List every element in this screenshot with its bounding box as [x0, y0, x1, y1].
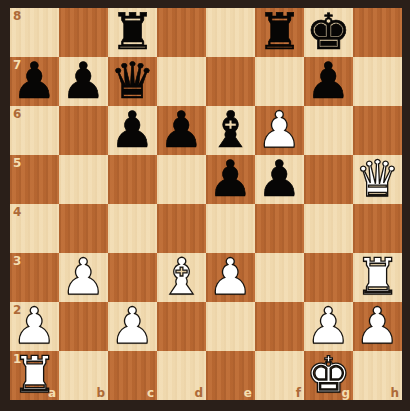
square-c4[interactable] — [108, 204, 157, 253]
chess-board: 8♜♜♚7♟♟♛♟6♟♟♝♟5♟♟♛43♟♝♟♜2♟♟♟♟1a♜bcdefg♚h — [10, 8, 402, 400]
file-label-e: e — [244, 387, 252, 399]
piece-white-rook[interactable]: ♜ — [10, 351, 59, 400]
square-d2[interactable] — [157, 302, 206, 351]
file-label-b: b — [96, 387, 105, 399]
square-e6[interactable]: ♝ — [206, 106, 255, 155]
square-g2[interactable]: ♟ — [304, 302, 353, 351]
piece-black-bishop[interactable]: ♝ — [206, 106, 255, 155]
piece-white-pawn[interactable]: ♟ — [255, 106, 304, 155]
square-c6[interactable]: ♟ — [108, 106, 157, 155]
piece-black-queen[interactable]: ♛ — [108, 57, 157, 106]
square-e7[interactable] — [206, 57, 255, 106]
piece-white-pawn[interactable]: ♟ — [59, 253, 108, 302]
square-d1[interactable]: d — [157, 351, 206, 400]
piece-white-pawn[interactable]: ♟ — [10, 302, 59, 351]
piece-white-rook[interactable]: ♜ — [353, 253, 402, 302]
square-g3[interactable] — [304, 253, 353, 302]
square-g1[interactable]: g♚ — [304, 351, 353, 400]
square-e5[interactable]: ♟ — [206, 155, 255, 204]
square-a8[interactable]: 8 — [10, 8, 59, 57]
square-d7[interactable] — [157, 57, 206, 106]
piece-black-pawn[interactable]: ♟ — [157, 106, 206, 155]
chess-board-frame: 8♜♜♚7♟♟♛♟6♟♟♝♟5♟♟♛43♟♝♟♜2♟♟♟♟1a♜bcdefg♚h — [0, 0, 410, 411]
rank-label-8: 8 — [13, 10, 21, 22]
square-c3[interactable] — [108, 253, 157, 302]
square-e3[interactable]: ♟ — [206, 253, 255, 302]
piece-black-pawn[interactable]: ♟ — [59, 57, 108, 106]
square-c7[interactable]: ♛ — [108, 57, 157, 106]
square-b5[interactable] — [59, 155, 108, 204]
square-f5[interactable]: ♟ — [255, 155, 304, 204]
piece-white-pawn[interactable]: ♟ — [353, 302, 402, 351]
square-b3[interactable]: ♟ — [59, 253, 108, 302]
square-e2[interactable] — [206, 302, 255, 351]
square-a3[interactable]: 3 — [10, 253, 59, 302]
square-b7[interactable]: ♟ — [59, 57, 108, 106]
piece-black-pawn[interactable]: ♟ — [206, 155, 255, 204]
piece-white-pawn[interactable]: ♟ — [304, 302, 353, 351]
piece-black-rook[interactable]: ♜ — [108, 8, 157, 57]
piece-black-pawn[interactable]: ♟ — [255, 155, 304, 204]
piece-white-pawn[interactable]: ♟ — [206, 253, 255, 302]
square-d4[interactable] — [157, 204, 206, 253]
file-label-c: c — [147, 387, 154, 399]
square-h7[interactable] — [353, 57, 402, 106]
square-f7[interactable] — [255, 57, 304, 106]
square-a4[interactable]: 4 — [10, 204, 59, 253]
square-h4[interactable] — [353, 204, 402, 253]
piece-black-pawn[interactable]: ♟ — [304, 57, 353, 106]
piece-white-bishop[interactable]: ♝ — [157, 253, 206, 302]
square-g6[interactable] — [304, 106, 353, 155]
square-b4[interactable] — [59, 204, 108, 253]
file-label-f: f — [296, 387, 301, 399]
square-f1[interactable]: f — [255, 351, 304, 400]
square-a7[interactable]: 7♟ — [10, 57, 59, 106]
piece-black-pawn[interactable]: ♟ — [10, 57, 59, 106]
square-e8[interactable] — [206, 8, 255, 57]
piece-black-pawn[interactable]: ♟ — [108, 106, 157, 155]
square-c5[interactable] — [108, 155, 157, 204]
rank-label-4: 4 — [13, 206, 21, 218]
square-a2[interactable]: 2♟ — [10, 302, 59, 351]
square-g5[interactable] — [304, 155, 353, 204]
piece-white-pawn[interactable]: ♟ — [108, 302, 157, 351]
square-a1[interactable]: 1a♜ — [10, 351, 59, 400]
square-h6[interactable] — [353, 106, 402, 155]
square-g4[interactable] — [304, 204, 353, 253]
square-h1[interactable]: h — [353, 351, 402, 400]
square-b6[interactable] — [59, 106, 108, 155]
square-e1[interactable]: e — [206, 351, 255, 400]
square-c1[interactable]: c — [108, 351, 157, 400]
square-a6[interactable]: 6 — [10, 106, 59, 155]
square-a5[interactable]: 5 — [10, 155, 59, 204]
square-h8[interactable] — [353, 8, 402, 57]
square-f2[interactable] — [255, 302, 304, 351]
square-h2[interactable]: ♟ — [353, 302, 402, 351]
square-b1[interactable]: b — [59, 351, 108, 400]
square-d6[interactable]: ♟ — [157, 106, 206, 155]
square-b2[interactable] — [59, 302, 108, 351]
square-d8[interactable] — [157, 8, 206, 57]
piece-black-rook[interactable]: ♜ — [255, 8, 304, 57]
square-d5[interactable] — [157, 155, 206, 204]
square-f4[interactable] — [255, 204, 304, 253]
square-h3[interactable]: ♜ — [353, 253, 402, 302]
square-f6[interactable]: ♟ — [255, 106, 304, 155]
square-b8[interactable] — [59, 8, 108, 57]
square-e4[interactable] — [206, 204, 255, 253]
rank-label-5: 5 — [13, 157, 21, 169]
file-label-d: d — [194, 387, 203, 399]
piece-white-queen[interactable]: ♛ — [353, 155, 402, 204]
piece-white-king[interactable]: ♚ — [304, 351, 353, 400]
square-d3[interactable]: ♝ — [157, 253, 206, 302]
square-h5[interactable]: ♛ — [353, 155, 402, 204]
square-g8[interactable]: ♚ — [304, 8, 353, 57]
square-f3[interactable] — [255, 253, 304, 302]
file-label-h: h — [390, 387, 399, 399]
square-c2[interactable]: ♟ — [108, 302, 157, 351]
square-g7[interactable]: ♟ — [304, 57, 353, 106]
rank-label-3: 3 — [13, 255, 21, 267]
square-c8[interactable]: ♜ — [108, 8, 157, 57]
square-f8[interactable]: ♜ — [255, 8, 304, 57]
piece-black-king[interactable]: ♚ — [304, 8, 353, 57]
